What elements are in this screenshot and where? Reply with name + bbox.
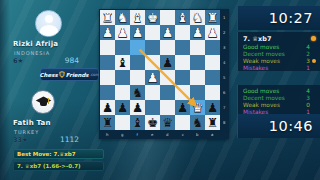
white-knight-g1[interactable]: ♞	[115, 10, 130, 25]
shield-icon	[59, 71, 65, 78]
square-e7[interactable]	[145, 100, 160, 115]
bottom-player-rating-row: 33★ 1112	[13, 135, 79, 144]
stat-row-mistakes: Mistakes1	[243, 64, 316, 71]
rank-label-2: 2	[221, 25, 228, 40]
square-f5[interactable]	[130, 70, 145, 85]
square-c6[interactable]	[175, 85, 190, 100]
stat-row-decent-moves: Decent moves3	[243, 94, 316, 101]
square-b7[interactable]: ♛	[190, 100, 205, 115]
rank-label-6: 6	[221, 85, 228, 100]
stat-row-weak-moves: Weak moves0	[243, 101, 316, 108]
current-move-text: 7. ♕xb7	[243, 35, 271, 43]
graduation-cap-base	[40, 101, 47, 106]
square-e3[interactable]	[145, 40, 160, 55]
file-label-c: c	[175, 131, 190, 138]
square-h7[interactable]: ♟	[100, 100, 115, 115]
square-c4[interactable]	[175, 55, 190, 70]
rank-label-4: 4	[221, 55, 228, 70]
black-pawn-h7[interactable]: ♟	[100, 100, 115, 115]
chess-board-frame: ♜♞♝♚♝♞♜♟♟♟♟♟♟♝♟♟♞♟♟♟♟♛♟♜♝♚♛♞♜ 12345678 h…	[99, 9, 229, 139]
square-f2[interactable]: ♟	[130, 25, 145, 40]
white-king-e1[interactable]: ♚	[145, 10, 160, 25]
square-f4[interactable]	[130, 55, 145, 70]
file-label-a: a	[205, 131, 220, 138]
logo-text-chess: Chess	[40, 72, 58, 78]
square-g3[interactable]	[115, 40, 130, 55]
bottom-player-rating: 1112	[60, 135, 79, 144]
square-a3[interactable]	[205, 40, 220, 55]
rank-label-3: 3	[221, 40, 228, 55]
square-g4[interactable]: ♝	[115, 55, 130, 70]
top-player-rating-row: 6★ 984	[13, 56, 79, 65]
square-g2[interactable]: ♟	[115, 25, 130, 40]
white-move-stats-panel: 7. ♕xb7 Good moves4Decent moves2Weak mov…	[237, 32, 320, 71]
black-knight-f6[interactable]: ♞	[130, 85, 145, 100]
background-left-shade	[0, 0, 10, 180]
best-move-text: Best Move: 7.♕xb7	[17, 151, 76, 157]
white-queen-b7[interactable]: ♛	[190, 100, 205, 115]
square-b8[interactable]: ♞	[190, 115, 205, 130]
square-e8[interactable]: ♚	[145, 115, 160, 130]
rank-label-7: 7	[221, 100, 228, 115]
eval-line-text: 7. ♕xb7 (1.66->-0.7)	[17, 163, 81, 169]
current-move-marker	[312, 59, 316, 63]
white-pawn-a2[interactable]: ♟	[205, 25, 220, 40]
rank-labels: 12345678	[221, 10, 228, 130]
square-e4[interactable]	[145, 55, 160, 70]
square-a4[interactable]	[205, 55, 220, 70]
eval-line-bar: 7. ♕xb7 (1.66->-0.7)	[13, 161, 104, 171]
top-player-medals: 6★	[13, 57, 23, 65]
chessfriends-logo[interactable]: Chess Friends .com	[40, 68, 99, 81]
square-d4[interactable]: ♟	[160, 55, 175, 70]
file-label-g: g	[115, 131, 130, 138]
rank-label-8: 8	[221, 115, 228, 130]
square-a1[interactable]: ♜	[205, 10, 220, 25]
black-pawn-a7[interactable]: ♟	[205, 100, 220, 115]
avatar-silhouette-head	[45, 15, 53, 23]
graduation-cap-tassel	[48, 98, 50, 104]
best-move-bar: Best Move: 7.♕xb7	[13, 149, 104, 159]
square-h1[interactable]: ♜	[100, 10, 115, 25]
stat-row-good-moves: Good moves4	[243, 43, 316, 50]
square-c7[interactable]: ♟	[175, 100, 190, 115]
white-rook-h1[interactable]: ♜	[100, 10, 115, 25]
black-move-stats-panel: Good moves4Decent moves3Weak moves0Mista…	[237, 85, 320, 114]
square-g5[interactable]	[115, 70, 130, 85]
square-d3[interactable]	[160, 40, 175, 55]
square-d8[interactable]: ♛	[160, 115, 175, 130]
white-pawn-d2[interactable]: ♟	[160, 25, 175, 40]
top-player-avatar[interactable]	[35, 10, 62, 37]
square-g6[interactable]	[115, 85, 130, 100]
square-g1[interactable]: ♞	[115, 10, 130, 25]
square-a5[interactable]	[205, 70, 220, 85]
chess-board: ♜♞♝♚♝♞♜♟♟♟♟♟♟♝♟♟♞♟♟♟♟♛♟♜♝♚♛♞♜	[100, 10, 220, 130]
square-h4[interactable]	[100, 55, 115, 70]
stat-row-weak-moves: Weak moves3	[243, 57, 316, 64]
square-c8[interactable]	[175, 115, 190, 130]
white-knight-b1[interactable]: ♞	[190, 10, 205, 25]
white-bishop-f1[interactable]: ♝	[130, 10, 145, 25]
square-d6[interactable]	[160, 85, 175, 100]
square-c5[interactable]	[175, 70, 190, 85]
square-c1[interactable]: ♝	[175, 10, 190, 25]
bottom-player-name: Fatih Tan	[13, 119, 51, 127]
white-pawn-f2[interactable]: ♟	[130, 25, 145, 40]
black-king-e8[interactable]: ♚	[145, 115, 160, 130]
white-pawn-b2[interactable]: ♟	[190, 25, 205, 40]
square-h5[interactable]	[100, 70, 115, 85]
square-d7[interactable]	[160, 100, 175, 115]
square-b1[interactable]: ♞	[190, 10, 205, 25]
bottom-player-medals: 33★	[13, 136, 28, 144]
square-e5[interactable]: ♟	[145, 70, 160, 85]
square-f8[interactable]: ♝	[130, 115, 145, 130]
current-move-header: 7. ♕xb7	[243, 34, 316, 43]
rank-label-1: 1	[221, 10, 228, 25]
bottom-player-clock: 10:46	[237, 114, 320, 138]
black-bishop-g4[interactable]: ♝	[115, 55, 130, 70]
square-f6[interactable]: ♞	[130, 85, 145, 100]
bottom-clock-time: 10:46	[269, 118, 320, 134]
logo-text-com: .com	[90, 72, 100, 77]
file-labels: hgfedcba	[100, 131, 220, 138]
top-clock-time: 10:27	[269, 10, 320, 26]
square-c2[interactable]	[175, 25, 190, 40]
file-label-h: h	[100, 131, 115, 138]
file-label-d: d	[160, 131, 175, 138]
top-player-rating: 984	[65, 56, 79, 65]
square-d2[interactable]: ♟	[160, 25, 175, 40]
square-h6[interactable]	[100, 85, 115, 100]
top-player-clock: 10:27	[237, 6, 320, 30]
file-label-b: b	[190, 131, 205, 138]
square-e1[interactable]: ♚	[145, 10, 160, 25]
black-pawn-d4[interactable]: ♟	[160, 55, 175, 70]
black-pawn-g7[interactable]: ♟	[115, 100, 130, 115]
white-rook-a1[interactable]: ♜	[205, 10, 220, 25]
square-g8[interactable]	[115, 115, 130, 130]
square-f3[interactable]	[130, 40, 145, 55]
square-h2[interactable]: ♟	[100, 25, 115, 40]
black-pawn-f7[interactable]: ♟	[130, 100, 145, 115]
square-a8[interactable]: ♜	[205, 115, 220, 130]
square-b6[interactable]	[190, 85, 205, 100]
square-e6[interactable]	[145, 85, 160, 100]
square-b4[interactable]	[190, 55, 205, 70]
square-b2[interactable]: ♟	[190, 25, 205, 40]
bottom-player-avatar[interactable]	[31, 90, 55, 114]
square-b5[interactable]	[190, 70, 205, 85]
square-f7[interactable]: ♟	[130, 100, 145, 115]
avatar-silhouette-body	[40, 25, 58, 37]
square-b3[interactable]	[190, 40, 205, 55]
black-knight-b8[interactable]: ♞	[190, 115, 205, 130]
stat-row-decent-moves: Decent moves2	[243, 50, 316, 57]
square-a6[interactable]	[205, 85, 220, 100]
square-h3[interactable]	[100, 40, 115, 55]
black-rook-a8[interactable]: ♜	[205, 115, 220, 130]
chessfriends-game-screen: Rizki Afrija INDONESIA 6★ 984 Chess Frie…	[0, 0, 320, 180]
move-quality-dot	[311, 36, 316, 41]
stat-row-good-moves: Good moves4	[243, 87, 316, 94]
white-bishop-c1[interactable]: ♝	[175, 10, 190, 25]
square-e2[interactable]	[145, 25, 160, 40]
black-pawn-c7[interactable]: ♟	[175, 100, 190, 115]
black-bishop-f8[interactable]: ♝	[130, 115, 145, 130]
top-player-name: Rizki Afrija	[13, 40, 58, 48]
square-g7[interactable]: ♟	[115, 100, 130, 115]
white-pawn-e5[interactable]: ♟	[145, 70, 160, 85]
file-label-e: e	[145, 131, 160, 138]
logo-text-friends: Friends	[66, 72, 89, 78]
black-queen-d8[interactable]: ♛	[160, 115, 175, 130]
rank-label-5: 5	[221, 70, 228, 85]
square-h8[interactable]: ♜	[100, 115, 115, 130]
square-d5[interactable]	[160, 70, 175, 85]
white-pawn-g2[interactable]: ♟	[115, 25, 130, 40]
square-d1[interactable]	[160, 10, 175, 25]
file-label-f: f	[130, 131, 145, 138]
white-pawn-h2[interactable]: ♟	[100, 25, 115, 40]
square-a2[interactable]: ♟	[205, 25, 220, 40]
black-rook-h8[interactable]: ♜	[100, 115, 115, 130]
square-f1[interactable]: ♝	[130, 10, 145, 25]
square-c3[interactable]	[175, 40, 190, 55]
square-a7[interactable]: ♟	[205, 100, 220, 115]
